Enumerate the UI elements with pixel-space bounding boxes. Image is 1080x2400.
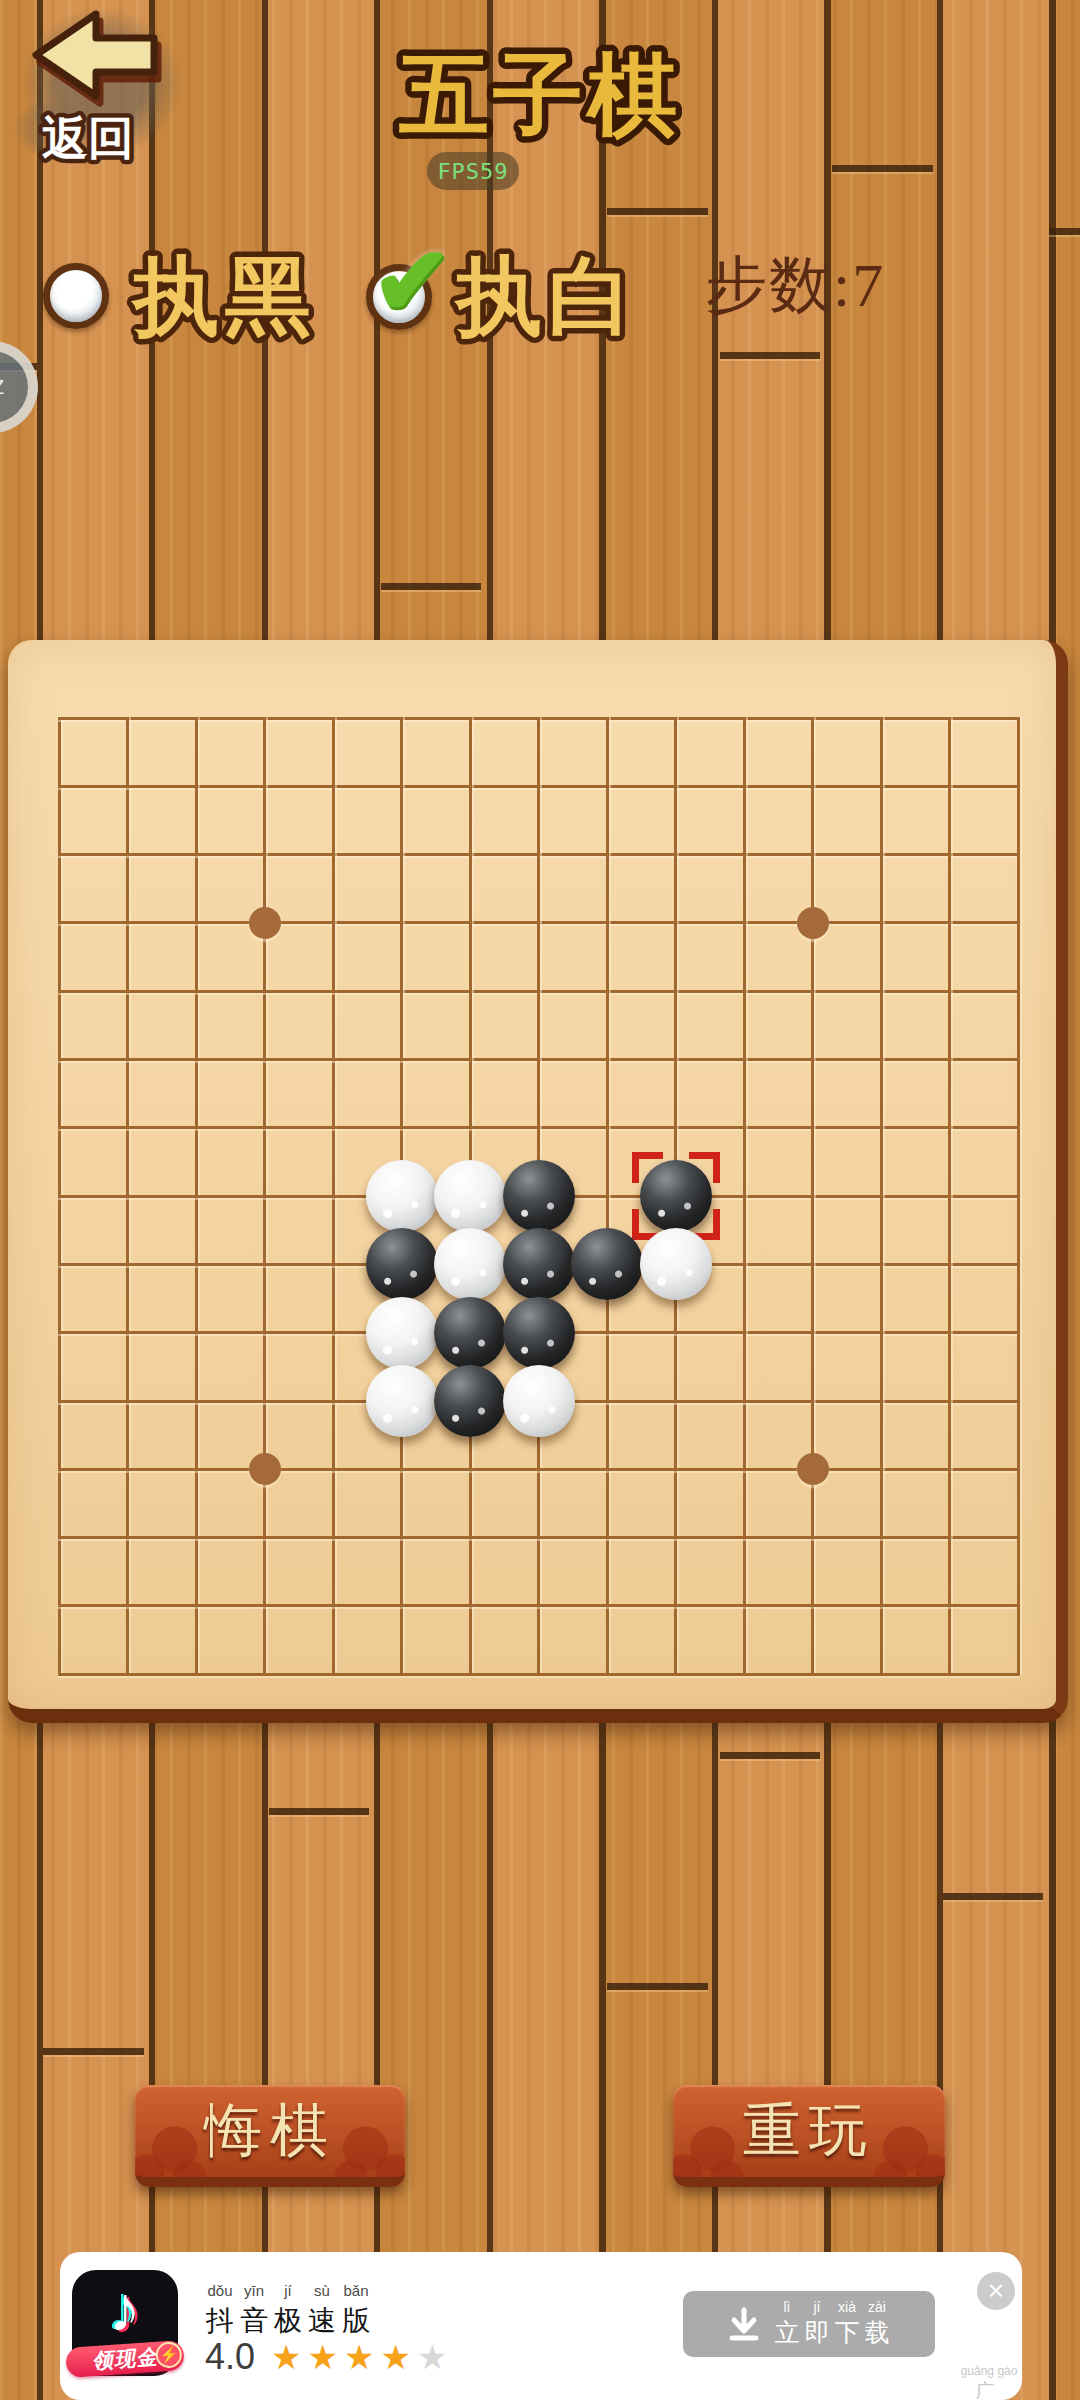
back-label: 返回: [42, 113, 134, 164]
wood-seam: [43, 2048, 144, 2055]
title-svg: 五子棋: [385, 28, 695, 150]
watermark-chars: 广 告: [956, 2378, 1022, 2400]
floating-zz-widget[interactable]: ZZ: [0, 341, 38, 433]
download-button-label: lì立jí即xià下zài载: [772, 2299, 892, 2349]
undo-button-label: 悔棋: [204, 2092, 336, 2170]
zz-label: ZZ: [0, 376, 6, 399]
wood-seam: [720, 1752, 820, 1759]
star-icon: ★: [308, 2338, 344, 2376]
ad-rating: 4.0 ★★★★★: [205, 2336, 453, 2378]
wood-seam: [943, 1893, 1043, 1900]
star-icon: ★: [381, 2338, 417, 2376]
page-title: 五子棋: [398, 46, 681, 145]
wood-seam: [607, 208, 708, 215]
download-label-char: zài载: [862, 2299, 892, 2349]
ad-banner[interactable]: ♪ 领现金 ⚡ dǒu抖yīn音jí极sù速bǎn版 4.0 ★★★★★ lì立…: [60, 2252, 1022, 2400]
watermark-pinyin: guǎng gào: [956, 2364, 1022, 2378]
rating-stars: ★★★★★: [271, 2337, 453, 2377]
radio-play-black[interactable]: [43, 263, 109, 329]
wood-seam: [381, 583, 481, 590]
download-icon: [726, 2306, 762, 2342]
download-label-char: xià下: [832, 2299, 862, 2349]
wood-seam: [720, 352, 820, 359]
download-button[interactable]: lì立jí即xià下zài载: [683, 2291, 935, 2357]
ad-app-name: dǒu抖yīn音jí极sù速bǎn版: [203, 2282, 373, 2340]
fps-badge: FPS59: [427, 152, 519, 190]
ad-close-icon[interactable]: ×: [977, 2272, 1015, 2310]
wood-seam: [832, 165, 933, 172]
step-counter: 步数:7: [705, 243, 1005, 327]
download-label-char: jí即: [802, 2299, 832, 2349]
wood-seam: [269, 1808, 369, 1815]
replay-button-label: 重玩: [743, 2092, 875, 2170]
gomoku-board[interactable]: [8, 640, 1068, 1723]
ad-app-icon[interactable]: ♪ 领现金 ⚡: [72, 2270, 178, 2376]
game-screen: 返回 五子棋 FPS59 ZZ 执黑 ✔ 执白 步数:7 悔棋 重玩 ♪ 领现金…: [0, 0, 1080, 2400]
close-glyph: ×: [988, 2275, 1004, 2307]
back-button[interactable]: 返回: [14, 8, 194, 178]
star-icon: ★: [344, 2338, 380, 2376]
back-label-svg: 返回: [16, 104, 176, 168]
back-arrow-icon: [30, 10, 160, 102]
app-name-char: bǎn版: [339, 2282, 373, 2340]
undo-button[interactable]: 悔棋: [135, 2085, 405, 2187]
wood-seam: [1049, 228, 1080, 235]
app-name-char: sù速: [305, 2282, 339, 2340]
play-black-label-svg[interactable]: 执黑: [115, 238, 335, 350]
app-name-char: yīn音: [237, 2282, 271, 2340]
music-note-icon: ♪: [72, 2272, 178, 2346]
app-name-char: dǒu抖: [203, 2282, 237, 2340]
fps-label: FPS59: [437, 159, 508, 184]
download-label-char: lì立: [772, 2299, 802, 2349]
replay-button[interactable]: 重玩: [673, 2085, 945, 2187]
play-black-label: 执黑: [130, 249, 317, 345]
app-name-char: jí极: [271, 2282, 305, 2340]
star-icon: ★: [417, 2338, 453, 2376]
play-white-label: 执白: [453, 249, 640, 345]
ad-watermark: guǎng gào 广 告: [905, 2364, 1022, 2400]
rating-value: 4.0: [205, 2336, 255, 2378]
play-white-label-svg[interactable]: 执白: [438, 238, 658, 350]
wood-seam: [607, 1983, 708, 1990]
star-icon: ★: [271, 2338, 307, 2376]
